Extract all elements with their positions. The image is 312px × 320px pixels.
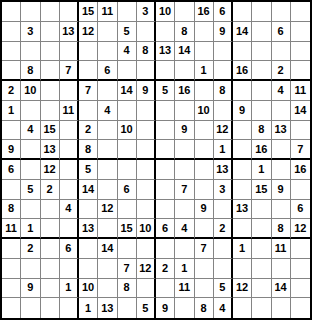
sudoku-empty-cell[interactable] (214, 61, 233, 81)
sudoku-empty-cell[interactable] (118, 298, 137, 318)
sudoku-given-cell[interactable]: 6 (156, 219, 175, 239)
sudoku-empty-cell[interactable] (156, 160, 175, 180)
sudoku-given-cell[interactable]: 7 (291, 140, 310, 160)
sudoku-given-cell[interactable]: 6 (2, 160, 21, 180)
sudoku-empty-cell[interactable] (233, 140, 252, 160)
sudoku-given-cell[interactable]: 13 (272, 121, 291, 141)
sudoku-given-cell[interactable]: 4 (175, 219, 194, 239)
sudoku-given-cell[interactable]: 15 (118, 219, 137, 239)
sudoku-given-cell[interactable]: 16 (175, 81, 194, 101)
sudoku-empty-cell[interactable] (175, 101, 194, 121)
sudoku-given-cell[interactable]: 3 (21, 22, 40, 42)
sudoku-empty-cell[interactable] (41, 81, 60, 101)
sudoku-empty-cell[interactable] (272, 101, 291, 121)
sudoku-given-cell[interactable]: 6 (118, 180, 137, 200)
sudoku-given-cell[interactable]: 10 (195, 101, 214, 121)
sudoku-given-cell[interactable]: 11 (60, 101, 79, 121)
sudoku-given-cell[interactable]: 13 (98, 298, 117, 318)
sudoku-empty-cell[interactable] (41, 219, 60, 239)
sudoku-empty-cell[interactable] (272, 160, 291, 180)
sudoku-empty-cell[interactable] (233, 298, 252, 318)
sudoku-empty-cell[interactable] (252, 298, 271, 318)
sudoku-empty-cell[interactable] (214, 200, 233, 220)
sudoku-given-cell[interactable]: 4 (272, 81, 291, 101)
sudoku-empty-cell[interactable] (60, 219, 79, 239)
sudoku-empty-cell[interactable] (98, 259, 117, 279)
sudoku-empty-cell[interactable] (98, 22, 117, 42)
sudoku-empty-cell[interactable] (137, 140, 156, 160)
sudoku-empty-cell[interactable] (2, 180, 21, 200)
sudoku-empty-cell[interactable] (2, 61, 21, 81)
sudoku-empty-cell[interactable] (118, 140, 137, 160)
sudoku-given-cell[interactable]: 6 (60, 239, 79, 259)
sudoku-empty-cell[interactable] (60, 160, 79, 180)
sudoku-given-cell[interactable]: 14 (98, 239, 117, 259)
sudoku-given-cell[interactable]: 1 (21, 219, 40, 239)
sudoku-given-cell[interactable]: 8 (175, 22, 194, 42)
sudoku-empty-cell[interactable] (291, 239, 310, 259)
sudoku-given-cell[interactable]: 8 (21, 61, 40, 81)
sudoku-empty-cell[interactable] (195, 279, 214, 299)
sudoku-empty-cell[interactable] (2, 42, 21, 62)
sudoku-given-cell[interactable]: 8 (252, 121, 271, 141)
sudoku-empty-cell[interactable] (272, 259, 291, 279)
sudoku-empty-cell[interactable] (195, 121, 214, 141)
sudoku-given-cell[interactable]: 14 (291, 101, 310, 121)
sudoku-given-cell[interactable]: 16 (195, 2, 214, 22)
sudoku-given-cell[interactable]: 6 (291, 200, 310, 220)
sudoku-empty-cell[interactable] (195, 219, 214, 239)
sudoku-given-cell[interactable]: 8 (79, 140, 98, 160)
sudoku-empty-cell[interactable] (195, 160, 214, 180)
sudoku-empty-cell[interactable] (79, 42, 98, 62)
sudoku-empty-cell[interactable] (272, 42, 291, 62)
sudoku-empty-cell[interactable] (156, 22, 175, 42)
sudoku-empty-cell[interactable] (291, 121, 310, 141)
sudoku-given-cell[interactable]: 16 (252, 140, 271, 160)
sudoku-given-cell[interactable]: 11 (98, 2, 117, 22)
sudoku-empty-cell[interactable] (233, 259, 252, 279)
sudoku-empty-cell[interactable] (60, 121, 79, 141)
sudoku-empty-cell[interactable] (79, 61, 98, 81)
sudoku-empty-cell[interactable] (233, 180, 252, 200)
sudoku-empty-cell[interactable] (195, 42, 214, 62)
sudoku-empty-cell[interactable] (175, 298, 194, 318)
sudoku-given-cell[interactable]: 1 (252, 160, 271, 180)
sudoku-given-cell[interactable]: 2 (2, 81, 21, 101)
sudoku-empty-cell[interactable] (233, 2, 252, 22)
sudoku-empty-cell[interactable] (137, 101, 156, 121)
sudoku-given-cell[interactable]: 9 (156, 298, 175, 318)
sudoku-empty-cell[interactable] (60, 140, 79, 160)
sudoku-empty-cell[interactable] (98, 160, 117, 180)
sudoku-given-cell[interactable]: 1 (214, 140, 233, 160)
sudoku-empty-cell[interactable] (291, 42, 310, 62)
sudoku-empty-cell[interactable] (21, 298, 40, 318)
sudoku-given-cell[interactable]: 9 (233, 101, 252, 121)
sudoku-empty-cell[interactable] (60, 180, 79, 200)
sudoku-empty-cell[interactable] (156, 180, 175, 200)
sudoku-given-cell[interactable]: 1 (60, 279, 79, 299)
sudoku-empty-cell[interactable] (41, 239, 60, 259)
sudoku-empty-cell[interactable] (252, 259, 271, 279)
sudoku-given-cell[interactable]: 12 (41, 160, 60, 180)
sudoku-given-cell[interactable]: 8 (214, 81, 233, 101)
sudoku-given-cell[interactable]: 9 (21, 279, 40, 299)
sudoku-empty-cell[interactable] (79, 239, 98, 259)
sudoku-given-cell[interactable]: 2 (41, 180, 60, 200)
sudoku-empty-cell[interactable] (2, 298, 21, 318)
sudoku-empty-cell[interactable] (214, 259, 233, 279)
sudoku-given-cell[interactable]: 14 (79, 180, 98, 200)
sudoku-empty-cell[interactable] (175, 200, 194, 220)
sudoku-empty-cell[interactable] (137, 22, 156, 42)
sudoku-given-cell[interactable]: 2 (156, 259, 175, 279)
sudoku-given-cell[interactable]: 11 (272, 239, 291, 259)
sudoku-given-cell[interactable]: 6 (272, 22, 291, 42)
sudoku-given-cell[interactable]: 12 (233, 279, 252, 299)
sudoku-empty-cell[interactable] (156, 200, 175, 220)
sudoku-given-cell[interactable]: 13 (214, 160, 233, 180)
sudoku-given-cell[interactable]: 2 (21, 239, 40, 259)
sudoku-given-cell[interactable]: 12 (137, 259, 156, 279)
sudoku-empty-cell[interactable] (252, 2, 271, 22)
sudoku-empty-cell[interactable] (98, 219, 117, 239)
sudoku-given-cell[interactable]: 10 (156, 2, 175, 22)
sudoku-empty-cell[interactable] (118, 2, 137, 22)
sudoku-empty-cell[interactable] (252, 22, 271, 42)
sudoku-empty-cell[interactable] (291, 259, 310, 279)
sudoku-empty-cell[interactable] (137, 180, 156, 200)
sudoku-empty-cell[interactable] (98, 140, 117, 160)
sudoku-empty-cell[interactable] (291, 180, 310, 200)
sudoku-empty-cell[interactable] (252, 219, 271, 239)
sudoku-empty-cell[interactable] (41, 42, 60, 62)
sudoku-empty-cell[interactable] (175, 2, 194, 22)
sudoku-empty-cell[interactable] (118, 200, 137, 220)
sudoku-empty-cell[interactable] (41, 22, 60, 42)
sudoku-empty-cell[interactable] (41, 259, 60, 279)
sudoku-empty-cell[interactable] (252, 239, 271, 259)
sudoku-empty-cell[interactable] (79, 259, 98, 279)
sudoku-given-cell[interactable]: 16 (233, 61, 252, 81)
sudoku-empty-cell[interactable] (41, 279, 60, 299)
sudoku-given-cell[interactable]: 7 (79, 81, 98, 101)
sudoku-given-cell[interactable]: 7 (175, 180, 194, 200)
sudoku-given-cell[interactable]: 1 (2, 101, 21, 121)
sudoku-empty-cell[interactable] (156, 140, 175, 160)
sudoku-given-cell[interactable]: 6 (98, 61, 117, 81)
sudoku-given-cell[interactable]: 13 (156, 42, 175, 62)
sudoku-empty-cell[interactable] (175, 140, 194, 160)
sudoku-given-cell[interactable]: 8 (195, 298, 214, 318)
sudoku-given-cell[interactable]: 12 (79, 22, 98, 42)
sudoku-given-cell[interactable]: 9 (175, 121, 194, 141)
sudoku-empty-cell[interactable] (272, 2, 291, 22)
sudoku-empty-cell[interactable] (195, 81, 214, 101)
sudoku-empty-cell[interactable] (252, 81, 271, 101)
sudoku-empty-cell[interactable] (137, 239, 156, 259)
sudoku-empty-cell[interactable] (137, 160, 156, 180)
sudoku-empty-cell[interactable] (60, 42, 79, 62)
sudoku-given-cell[interactable]: 10 (137, 219, 156, 239)
sudoku-empty-cell[interactable] (60, 2, 79, 22)
sudoku-empty-cell[interactable] (21, 2, 40, 22)
sudoku-given-cell[interactable]: 12 (214, 121, 233, 141)
sudoku-empty-cell[interactable] (195, 180, 214, 200)
sudoku-given-cell[interactable]: 10 (118, 121, 137, 141)
sudoku-empty-cell[interactable] (79, 200, 98, 220)
sudoku-given-cell[interactable]: 8 (118, 279, 137, 299)
sudoku-given-cell[interactable]: 11 (291, 81, 310, 101)
sudoku-empty-cell[interactable] (2, 2, 21, 22)
sudoku-given-cell[interactable]: 9 (137, 81, 156, 101)
sudoku-empty-cell[interactable] (21, 42, 40, 62)
sudoku-empty-cell[interactable] (175, 160, 194, 180)
sudoku-empty-cell[interactable] (291, 22, 310, 42)
sudoku-given-cell[interactable]: 8 (137, 42, 156, 62)
sudoku-empty-cell[interactable] (21, 200, 40, 220)
sudoku-given-cell[interactable]: 13 (60, 22, 79, 42)
sudoku-given-cell[interactable]: 6 (214, 2, 233, 22)
sudoku-given-cell[interactable]: 11 (2, 219, 21, 239)
sudoku-given-cell[interactable]: 3 (137, 2, 156, 22)
sudoku-empty-cell[interactable] (214, 42, 233, 62)
sudoku-given-cell[interactable]: 4 (21, 121, 40, 141)
sudoku-given-cell[interactable]: 7 (195, 239, 214, 259)
sudoku-given-cell[interactable]: 13 (79, 219, 98, 239)
sudoku-empty-cell[interactable] (233, 219, 252, 239)
sudoku-given-cell[interactable]: 7 (118, 259, 137, 279)
sudoku-empty-cell[interactable] (252, 42, 271, 62)
sudoku-empty-cell[interactable] (272, 200, 291, 220)
sudoku-given-cell[interactable]: 9 (214, 22, 233, 42)
sudoku-given-cell[interactable]: 10 (79, 279, 98, 299)
sudoku-given-cell[interactable]: 12 (291, 219, 310, 239)
sudoku-empty-cell[interactable] (21, 160, 40, 180)
sudoku-given-cell[interactable]: 14 (175, 42, 194, 62)
sudoku-empty-cell[interactable] (195, 22, 214, 42)
sudoku-given-cell[interactable]: 10 (21, 81, 40, 101)
sudoku-empty-cell[interactable] (156, 279, 175, 299)
sudoku-empty-cell[interactable] (98, 180, 117, 200)
sudoku-empty-cell[interactable] (175, 61, 194, 81)
sudoku-given-cell[interactable]: 15 (252, 180, 271, 200)
sudoku-given-cell[interactable]: 9 (195, 200, 214, 220)
sudoku-given-cell[interactable]: 14 (233, 22, 252, 42)
sudoku-given-cell[interactable]: 1 (233, 239, 252, 259)
sudoku-empty-cell[interactable] (98, 42, 117, 62)
sudoku-given-cell[interactable]: 15 (79, 2, 98, 22)
sudoku-given-cell[interactable]: 15 (41, 121, 60, 141)
sudoku-given-cell[interactable]: 1 (79, 298, 98, 318)
sudoku-empty-cell[interactable] (98, 81, 117, 101)
sudoku-empty-cell[interactable] (21, 140, 40, 160)
sudoku-empty-cell[interactable] (272, 298, 291, 318)
sudoku-given-cell[interactable]: 14 (118, 81, 137, 101)
sudoku-empty-cell[interactable] (41, 298, 60, 318)
sudoku-empty-cell[interactable] (2, 239, 21, 259)
sudoku-empty-cell[interactable] (41, 200, 60, 220)
sudoku-empty-cell[interactable] (233, 42, 252, 62)
sudoku-empty-cell[interactable] (175, 239, 194, 259)
sudoku-given-cell[interactable]: 5 (137, 298, 156, 318)
sudoku-given-cell[interactable]: 9 (272, 180, 291, 200)
sudoku-given-cell[interactable]: 1 (175, 259, 194, 279)
sudoku-empty-cell[interactable] (291, 2, 310, 22)
sudoku-empty-cell[interactable] (233, 81, 252, 101)
sudoku-empty-cell[interactable] (98, 279, 117, 299)
sudoku-empty-cell[interactable] (137, 121, 156, 141)
sudoku-given-cell[interactable]: 5 (156, 81, 175, 101)
sudoku-empty-cell[interactable] (214, 101, 233, 121)
sudoku-empty-cell[interactable] (195, 259, 214, 279)
sudoku-empty-cell[interactable] (2, 259, 21, 279)
sudoku-given-cell[interactable]: 14 (272, 279, 291, 299)
sudoku-empty-cell[interactable] (156, 101, 175, 121)
sudoku-empty-cell[interactable] (21, 101, 40, 121)
sudoku-empty-cell[interactable] (291, 279, 310, 299)
sudoku-given-cell[interactable]: 4 (60, 200, 79, 220)
sudoku-given-cell[interactable]: 4 (98, 101, 117, 121)
sudoku-empty-cell[interactable] (118, 160, 137, 180)
sudoku-board: 1511310166313125891464813148761162210714… (0, 0, 312, 320)
sudoku-given-cell[interactable]: 3 (214, 180, 233, 200)
sudoku-given-cell[interactable]: 7 (60, 61, 79, 81)
sudoku-given-cell[interactable]: 13 (41, 140, 60, 160)
sudoku-empty-cell[interactable] (98, 121, 117, 141)
sudoku-empty-cell[interactable] (156, 121, 175, 141)
sudoku-empty-cell[interactable] (252, 279, 271, 299)
sudoku-given-cell[interactable]: 4 (214, 298, 233, 318)
sudoku-given-cell[interactable]: 11 (175, 279, 194, 299)
sudoku-given-cell[interactable]: 8 (2, 200, 21, 220)
sudoku-empty-cell[interactable] (41, 2, 60, 22)
sudoku-empty-cell[interactable] (79, 101, 98, 121)
sudoku-empty-cell[interactable] (233, 160, 252, 180)
sudoku-empty-cell[interactable] (272, 140, 291, 160)
sudoku-empty-cell[interactable] (118, 101, 137, 121)
sudoku-given-cell[interactable]: 13 (233, 200, 252, 220)
sudoku-empty-cell[interactable] (214, 239, 233, 259)
sudoku-empty-cell[interactable] (195, 140, 214, 160)
sudoku-empty-cell[interactable] (137, 200, 156, 220)
sudoku-given-cell[interactable]: 2 (214, 219, 233, 239)
sudoku-puzzle: 1511310166313125891464813148761162210714… (0, 0, 312, 320)
sudoku-empty-cell[interactable] (21, 259, 40, 279)
sudoku-given-cell[interactable]: 1 (195, 61, 214, 81)
sudoku-given-cell[interactable]: 8 (272, 219, 291, 239)
sudoku-empty-cell[interactable] (41, 61, 60, 81)
sudoku-given-cell[interactable]: 16 (291, 160, 310, 180)
sudoku-empty-cell[interactable] (118, 239, 137, 259)
sudoku-empty-cell[interactable] (60, 298, 79, 318)
sudoku-given-cell[interactable]: 5 (21, 180, 40, 200)
sudoku-given-cell[interactable]: 2 (79, 121, 98, 141)
sudoku-empty-cell[interactable] (41, 101, 60, 121)
sudoku-given-cell[interactable]: 4 (118, 42, 137, 62)
sudoku-given-cell[interactable]: 5 (214, 279, 233, 299)
sudoku-given-cell[interactable]: 5 (118, 22, 137, 42)
sudoku-empty-cell[interactable] (60, 81, 79, 101)
sudoku-empty-cell[interactable] (2, 121, 21, 141)
sudoku-empty-cell[interactable] (137, 279, 156, 299)
sudoku-empty-cell[interactable] (291, 298, 310, 318)
sudoku-empty-cell[interactable] (156, 61, 175, 81)
sudoku-empty-cell[interactable] (60, 259, 79, 279)
sudoku-empty-cell[interactable] (137, 61, 156, 81)
sudoku-empty-cell[interactable] (233, 121, 252, 141)
sudoku-empty-cell[interactable] (252, 101, 271, 121)
sudoku-empty-cell[interactable] (156, 239, 175, 259)
sudoku-empty-cell[interactable] (2, 22, 21, 42)
sudoku-given-cell[interactable]: 2 (272, 61, 291, 81)
sudoku-empty-cell[interactable] (2, 279, 21, 299)
sudoku-given-cell[interactable]: 5 (79, 160, 98, 180)
sudoku-empty-cell[interactable] (252, 200, 271, 220)
sudoku-empty-cell[interactable] (291, 61, 310, 81)
sudoku-empty-cell[interactable] (118, 61, 137, 81)
sudoku-empty-cell[interactable] (252, 61, 271, 81)
sudoku-given-cell[interactable]: 9 (2, 140, 21, 160)
sudoku-given-cell[interactable]: 12 (98, 200, 117, 220)
